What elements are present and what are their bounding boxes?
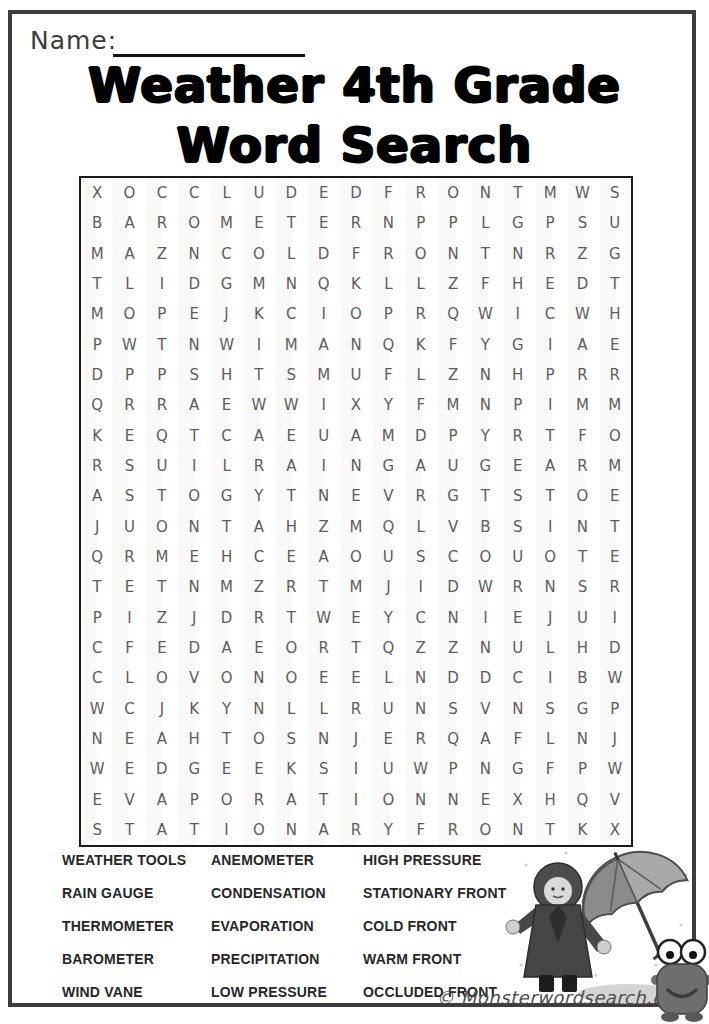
- grid-cell: D: [178, 633, 210, 663]
- grid-cell: N: [307, 724, 339, 754]
- grid-cell: C: [275, 299, 307, 329]
- grid-cell: X: [599, 815, 631, 845]
- grid-cell: E: [340, 663, 372, 693]
- grid-cell: E: [372, 724, 404, 754]
- word-item: RAIN GAUGE: [62, 877, 186, 910]
- grid-cell: E: [243, 208, 275, 238]
- grid-cell: T: [275, 208, 307, 238]
- grid-cell: T: [307, 572, 339, 602]
- grid-cell: R: [405, 178, 437, 208]
- grid-cell: D: [307, 239, 339, 269]
- grid-cell: O: [405, 239, 437, 269]
- grid-cell: S: [502, 481, 534, 511]
- grid-cell: O: [534, 542, 566, 572]
- grid-cell: L: [307, 693, 339, 723]
- grid-cell: D: [469, 663, 501, 693]
- word-item: PRECIPITATION: [211, 942, 327, 975]
- grid-cell: R: [340, 815, 372, 845]
- grid-cell: E: [275, 421, 307, 451]
- grid-cell: X: [81, 178, 113, 208]
- grid-cell: E: [243, 754, 275, 784]
- grid-cell: I: [340, 784, 372, 814]
- grid-cell: T: [113, 815, 145, 845]
- grid-cell: O: [243, 724, 275, 754]
- grid-cell: M: [340, 512, 372, 542]
- grid-cell: L: [113, 269, 145, 299]
- grid-cell: C: [405, 602, 437, 632]
- grid-cell: N: [178, 239, 210, 269]
- grid-cell: L: [372, 269, 404, 299]
- grid-cell: F: [437, 330, 469, 360]
- grid-cell: A: [469, 724, 501, 754]
- word-item: ANEMOMETER: [211, 844, 327, 877]
- grid-cell: E: [178, 299, 210, 329]
- grid-cell: O: [178, 208, 210, 238]
- grid-cell: T: [178, 815, 210, 845]
- grid-cell: O: [210, 784, 242, 814]
- grid-cell: A: [113, 239, 145, 269]
- grid-cell: R: [566, 451, 598, 481]
- grid-cell: J: [599, 724, 631, 754]
- grid-cell: A: [275, 784, 307, 814]
- grid-cell: E: [599, 542, 631, 572]
- word-item: WIND VANE: [62, 975, 186, 1008]
- grid-cell: I: [469, 602, 501, 632]
- grid-cell: P: [146, 360, 178, 390]
- grid-cell: Y: [372, 815, 404, 845]
- grid-cell: N: [469, 754, 501, 784]
- grid-cell: E: [210, 390, 242, 420]
- grid-cell: E: [275, 542, 307, 572]
- grid-cell: Q: [81, 390, 113, 420]
- grid-cell: O: [340, 542, 372, 572]
- grid-cell: I: [243, 330, 275, 360]
- grid-cell: O: [275, 633, 307, 663]
- page-title-line2: Word Search: [0, 116, 709, 174]
- grid-cell: Y: [243, 481, 275, 511]
- grid-cell: E: [81, 784, 113, 814]
- grid-cell: E: [307, 178, 339, 208]
- grid-cell: M: [146, 542, 178, 572]
- grid-cell: W: [469, 572, 501, 602]
- grid-cell: A: [307, 815, 339, 845]
- name-underline: [113, 30, 305, 57]
- grid-cell: O: [340, 299, 372, 329]
- grid-cell: F: [566, 421, 598, 451]
- word-item: LOW PRESSURE: [211, 975, 327, 1008]
- word-item: CONDENSATION: [211, 877, 327, 910]
- grid-cell: L: [469, 208, 501, 238]
- grid-cell: C: [81, 633, 113, 663]
- grid-cell: H: [502, 269, 534, 299]
- grid-cell: W: [81, 693, 113, 723]
- grid-cell: Z: [146, 602, 178, 632]
- grid-cell: T: [534, 421, 566, 451]
- grid-cell: P: [405, 208, 437, 238]
- grid-cell: G: [502, 754, 534, 784]
- grid-cell: Z: [405, 633, 437, 663]
- grid-cell: D: [599, 633, 631, 663]
- grid-cell: Y: [210, 693, 242, 723]
- grid-cell: E: [178, 542, 210, 572]
- grid-cell: N: [275, 269, 307, 299]
- grid-cell: M: [372, 421, 404, 451]
- grid-cell: J: [81, 512, 113, 542]
- grid-cell: E: [307, 663, 339, 693]
- grid-cell: N: [405, 663, 437, 693]
- grid-cell: P: [437, 754, 469, 784]
- grid-cell: G: [502, 208, 534, 238]
- grid-cell: N: [178, 572, 210, 602]
- grid-cell: G: [599, 239, 631, 269]
- grid-cell: D: [566, 269, 598, 299]
- grid-cell: W: [599, 663, 631, 693]
- grid-cell: D: [275, 178, 307, 208]
- grid-cell: M: [81, 239, 113, 269]
- grid-cell: U: [372, 754, 404, 784]
- grid-cell: L: [534, 633, 566, 663]
- grid-cell: K: [243, 299, 275, 329]
- grid-cell: Q: [372, 633, 404, 663]
- worksheet-page: Name: Weather 4th Grade Word Search XOCC…: [0, 0, 709, 1024]
- grid-cell: I: [534, 330, 566, 360]
- grid-cell: S: [113, 451, 145, 481]
- grid-cell: O: [566, 481, 598, 511]
- grid-cell: D: [210, 602, 242, 632]
- grid-cell: E: [113, 754, 145, 784]
- word-item: COLD FRONT: [363, 910, 506, 943]
- grid-cell: N: [405, 784, 437, 814]
- grid-cell: G: [210, 481, 242, 511]
- grid-cell: Y: [372, 602, 404, 632]
- grid-cell: G: [437, 481, 469, 511]
- grid-cell: Z: [437, 633, 469, 663]
- grid-cell: Q: [437, 724, 469, 754]
- grid-cell: N: [275, 815, 307, 845]
- grid-cell: H: [275, 512, 307, 542]
- grid-cell: G: [178, 754, 210, 784]
- word-item: WARM FRONT: [363, 942, 506, 975]
- grid-cell: J: [210, 299, 242, 329]
- grid-cell: A: [566, 330, 598, 360]
- grid-cell: F: [469, 269, 501, 299]
- grid-cell: I: [307, 299, 339, 329]
- grid-cell: P: [599, 693, 631, 723]
- grid-cell: S: [307, 754, 339, 784]
- word-item: BAROMETER: [62, 942, 186, 975]
- grid-cell: O: [275, 663, 307, 693]
- page-title-line1: Weather 4th Grade: [0, 56, 709, 114]
- grid-cell: O: [243, 239, 275, 269]
- grid-cell: N: [437, 602, 469, 632]
- grid-cell: A: [534, 451, 566, 481]
- grid-cell: E: [113, 572, 145, 602]
- grid-cell: N: [340, 330, 372, 360]
- grid-cell: R: [243, 602, 275, 632]
- grid-cell: G: [210, 269, 242, 299]
- grid-cell: T: [534, 815, 566, 845]
- grid-cell: D: [437, 572, 469, 602]
- grid-cell: C: [243, 542, 275, 572]
- grid-cell: U: [502, 542, 534, 572]
- grid-cell: F: [502, 724, 534, 754]
- word-list-column-2: ANEMOMETER CONDENSATION EVAPORATION PREC…: [211, 844, 327, 1008]
- grid-cell: Z: [146, 239, 178, 269]
- grid-cell: T: [81, 572, 113, 602]
- grid-cell: Q: [372, 512, 404, 542]
- grid-cell: G: [372, 451, 404, 481]
- grid-cell: M: [307, 360, 339, 390]
- grid-cell: S: [405, 542, 437, 572]
- grid-cell: O: [599, 421, 631, 451]
- grid-cell: L: [210, 178, 242, 208]
- grid-cell: V: [437, 512, 469, 542]
- grid-cell: P: [566, 754, 598, 784]
- grid-cell: I: [307, 390, 339, 420]
- grid-cell: R: [243, 784, 275, 814]
- grid-cell: X: [502, 784, 534, 814]
- grid-cell: A: [405, 451, 437, 481]
- grid-cell: Q: [566, 784, 598, 814]
- grid-cell: I: [534, 663, 566, 693]
- grid-cell: R: [113, 390, 145, 420]
- grid-cell: T: [275, 602, 307, 632]
- grid-cell: C: [146, 178, 178, 208]
- grid-cell: U: [502, 633, 534, 663]
- grid-cell: G: [566, 693, 598, 723]
- grid-cell: F: [405, 815, 437, 845]
- grid-cell: O: [469, 542, 501, 572]
- grid-cell: R: [405, 724, 437, 754]
- grid-cell: I: [502, 299, 534, 329]
- grid-cell: U: [113, 512, 145, 542]
- grid-cell: P: [437, 421, 469, 451]
- grid-cell: J: [178, 602, 210, 632]
- grid-cell: Z: [243, 572, 275, 602]
- grid-cell: O: [146, 512, 178, 542]
- grid-cell: P: [372, 299, 404, 329]
- grid-cell: N: [437, 784, 469, 814]
- grid-cell: S: [566, 572, 598, 602]
- grid-cell: R: [599, 572, 631, 602]
- grid-cell: O: [113, 299, 145, 329]
- grid-cell: J: [534, 602, 566, 632]
- grid-cell: R: [275, 572, 307, 602]
- grid-cell: K: [405, 330, 437, 360]
- grid-cell: P: [146, 299, 178, 329]
- grid-cell: C: [210, 421, 242, 451]
- grid-cell: W: [113, 330, 145, 360]
- grid-cell: A: [146, 724, 178, 754]
- grid-cell: O: [437, 178, 469, 208]
- grid-cell: T: [146, 572, 178, 602]
- grid-cell: O: [146, 663, 178, 693]
- grid-cell: V: [113, 784, 145, 814]
- grid-cell: N: [469, 178, 501, 208]
- grid-cell: M: [81, 299, 113, 329]
- grid-cell: P: [81, 330, 113, 360]
- grid-cell: V: [178, 663, 210, 693]
- grid-cell: N: [405, 693, 437, 723]
- grid-cell: N: [502, 239, 534, 269]
- monster-mascot-icon: [650, 938, 709, 1024]
- grid-cell: R: [146, 208, 178, 238]
- grid-cell: P: [178, 784, 210, 814]
- grid-cell: T: [210, 724, 242, 754]
- grid-cell: U: [566, 602, 598, 632]
- grid-cell: L: [405, 512, 437, 542]
- grid-cell: H: [502, 360, 534, 390]
- grid-cell: R: [405, 481, 437, 511]
- grid-cell: L: [534, 724, 566, 754]
- grid-cell: H: [566, 633, 598, 663]
- grid-cell: H: [210, 360, 242, 390]
- word-item: HIGH PRESSURE: [363, 844, 506, 877]
- word-list-column-3: HIGH PRESSURE STATIONARY FRONT COLD FRON…: [363, 844, 506, 1008]
- grid-cell: S: [566, 208, 598, 238]
- grid-cell: O: [210, 663, 242, 693]
- grid-cell: W: [210, 330, 242, 360]
- grid-cell: Z: [566, 239, 598, 269]
- grid-cell: D: [405, 421, 437, 451]
- grid-cell: U: [307, 421, 339, 451]
- grid-cell: L: [405, 360, 437, 390]
- grid-cell: M: [599, 390, 631, 420]
- grid-cell: E: [340, 481, 372, 511]
- grid-cell: F: [340, 239, 372, 269]
- grid-cell: H: [599, 299, 631, 329]
- grid-cell: T: [534, 481, 566, 511]
- grid-cell: D: [146, 754, 178, 784]
- grid-cell: R: [534, 239, 566, 269]
- grid-cell: U: [243, 178, 275, 208]
- grid-cell: I: [210, 815, 242, 845]
- grid-cell: A: [113, 208, 145, 238]
- grid-cell: A: [340, 421, 372, 451]
- grid-cell: N: [534, 572, 566, 602]
- grid-cell: K: [566, 815, 598, 845]
- grid-cell: H: [178, 724, 210, 754]
- grid-cell: O: [243, 815, 275, 845]
- grid-cell: C: [534, 299, 566, 329]
- grid-cell: M: [210, 208, 242, 238]
- grid-cell: Q: [146, 421, 178, 451]
- grid-cell: T: [210, 512, 242, 542]
- grid-cell: I: [405, 572, 437, 602]
- grid-cell: I: [340, 754, 372, 784]
- grid-cell: E: [502, 451, 534, 481]
- grid-cell: H: [534, 784, 566, 814]
- grid-cell: A: [243, 512, 275, 542]
- grid-cell: N: [469, 360, 501, 390]
- grid-cell: E: [469, 784, 501, 814]
- grid-cell: M: [243, 269, 275, 299]
- grid-cell: N: [307, 481, 339, 511]
- grid-cell: S: [437, 693, 469, 723]
- grid-cell: T: [469, 481, 501, 511]
- grid-cell: N: [178, 512, 210, 542]
- grid-cell: O: [469, 815, 501, 845]
- grid-cell: J: [340, 724, 372, 754]
- grid-cell: Z: [437, 269, 469, 299]
- grid-cell: P: [502, 390, 534, 420]
- grid-cell: B: [566, 663, 598, 693]
- grid-cell: T: [146, 330, 178, 360]
- grid-cell: A: [243, 421, 275, 451]
- grid-cell: Z: [437, 360, 469, 390]
- grid-cell: E: [502, 602, 534, 632]
- grid-cell: A: [307, 542, 339, 572]
- grid-cell: W: [566, 299, 598, 329]
- grid-cell: S: [113, 481, 145, 511]
- grid-cell: E: [599, 481, 631, 511]
- grid-cell: N: [243, 693, 275, 723]
- grid-cell: T: [81, 269, 113, 299]
- grid-cell: N: [469, 633, 501, 663]
- grid-cell: G: [469, 451, 501, 481]
- grid-cell: V: [599, 784, 631, 814]
- grid-cell: S: [502, 512, 534, 542]
- grid-cell: U: [372, 542, 404, 572]
- grid-cell: L: [210, 451, 242, 481]
- grid-cell: S: [81, 815, 113, 845]
- grid-cell: F: [405, 390, 437, 420]
- grid-cell: K: [275, 754, 307, 784]
- grid-cell: L: [275, 239, 307, 269]
- word-item: THERMOMETER: [62, 910, 186, 943]
- grid-cell: Y: [469, 421, 501, 451]
- grid-cell: D: [178, 269, 210, 299]
- grid-cell: E: [340, 602, 372, 632]
- grid-cell: T: [275, 481, 307, 511]
- grid-cell: U: [340, 360, 372, 390]
- grid-cell: E: [534, 269, 566, 299]
- grid-cell: N: [340, 451, 372, 481]
- grid-cell: N: [566, 512, 598, 542]
- grid-cell: M: [599, 451, 631, 481]
- grid-cell: L: [405, 269, 437, 299]
- grid-cell: A: [146, 815, 178, 845]
- grid-cell: R: [502, 572, 534, 602]
- grid-cell: R: [146, 390, 178, 420]
- grid-cell: K: [81, 421, 113, 451]
- word-list-column-1: WEATHER TOOLS RAIN GAUGE THERMOMETER BAR…: [62, 844, 186, 1008]
- grid-cell: A: [81, 481, 113, 511]
- grid-cell: I: [599, 602, 631, 632]
- grid-cell: C: [81, 663, 113, 693]
- grid-cell: E: [243, 633, 275, 663]
- grid-cell: Q: [437, 299, 469, 329]
- grid-cell: S: [599, 178, 631, 208]
- grid-cell: N: [178, 330, 210, 360]
- grid-cell: E: [210, 754, 242, 784]
- grid-cell: T: [502, 178, 534, 208]
- grid-cell: V: [469, 693, 501, 723]
- grid-cell: I: [534, 390, 566, 420]
- grid-cell: N: [437, 239, 469, 269]
- grid-cell: Y: [469, 330, 501, 360]
- grid-cell: W: [81, 754, 113, 784]
- grid-cell: F: [113, 633, 145, 663]
- grid-cell: B: [81, 208, 113, 238]
- grid-cell: O: [113, 178, 145, 208]
- grid-cell: F: [372, 360, 404, 390]
- grid-cell: W: [243, 390, 275, 420]
- grid-cell: E: [599, 330, 631, 360]
- grid-cell: N: [469, 390, 501, 420]
- grid-cell: W: [275, 390, 307, 420]
- grid-cell: P: [437, 208, 469, 238]
